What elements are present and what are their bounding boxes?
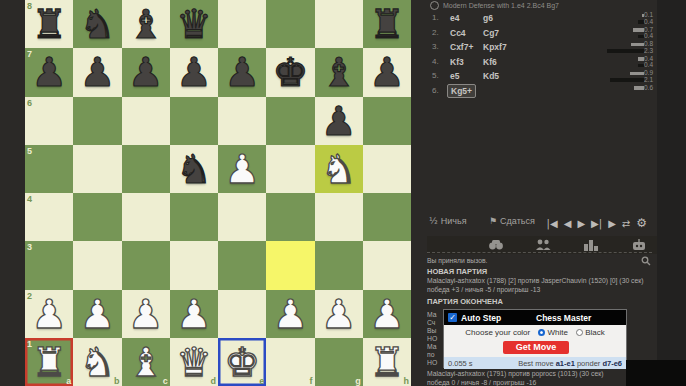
square-h1[interactable]: h♜ xyxy=(363,338,411,386)
square-g6[interactable]: ♟ xyxy=(315,97,363,145)
square-h7[interactable]: ♟ xyxy=(363,48,411,96)
challenge-accepted-text: Вы приняли вызов. xyxy=(427,257,487,264)
square-d8[interactable]: ♛ xyxy=(170,0,218,48)
rank-label-7: 7 xyxy=(27,49,32,59)
rank-label-1: 1 xyxy=(27,339,32,349)
white-time-bar: 0.4 xyxy=(527,56,657,62)
square-a7[interactable]: 7♟ xyxy=(25,48,73,96)
white-time-bar: 0.9 xyxy=(527,70,657,76)
square-a3[interactable]: 3 xyxy=(25,241,73,289)
move-row: 1. e4 g6 0.1 0.4 xyxy=(427,11,657,26)
move-number: 4. xyxy=(432,57,439,66)
piece-black-pawn: ♟ xyxy=(122,48,170,96)
square-a6[interactable]: 6 xyxy=(25,97,73,145)
piece-black-pawn: ♟ xyxy=(170,48,218,96)
file-label-h: h xyxy=(404,376,410,386)
square-c3[interactable] xyxy=(122,241,170,289)
move-row: 5. e5 Kd5 0.9 2.1 xyxy=(427,69,657,84)
square-c4[interactable] xyxy=(122,193,170,241)
move-black[interactable]: Kf6 xyxy=(483,57,497,67)
square-a5[interactable]: 5 xyxy=(25,145,73,193)
square-h6[interactable] xyxy=(363,97,411,145)
new-game-header: НОВАЯ ПАРТИЯ xyxy=(427,267,487,276)
move-row: 6. Kg5+ 0.6 xyxy=(427,84,657,99)
rank-label-5: 5 xyxy=(27,146,32,156)
square-g5[interactable]: ♞ xyxy=(315,145,363,193)
piece-black-pawn: ♟ xyxy=(315,97,363,145)
piece-white-pawn: ♟ xyxy=(122,290,170,338)
piece-black-bishop: ♝ xyxy=(122,0,170,48)
square-g2[interactable]: ♟ xyxy=(315,290,363,338)
flip-board-button[interactable]: ⇄ xyxy=(622,218,630,229)
players-icon[interactable] xyxy=(535,238,551,251)
popup-body: Choose your color White Black Get Move xyxy=(444,325,626,357)
black-time-bar xyxy=(527,91,657,97)
square-e8[interactable] xyxy=(218,0,266,48)
square-e3[interactable] xyxy=(218,241,266,289)
file-label-d: d xyxy=(211,376,217,386)
square-d2[interactable]: ♟ xyxy=(170,290,218,338)
best-move-value: a1-e1 xyxy=(556,359,575,368)
popup-title: Chess Master xyxy=(536,313,591,323)
settings-gear-icon[interactable]: ⚙ xyxy=(636,216,647,230)
square-h8[interactable]: ♜ xyxy=(363,0,411,48)
square-d5[interactable]: ♞ xyxy=(170,145,218,193)
text-fragment: Ма xyxy=(427,343,443,350)
move-number: 3. xyxy=(432,42,439,51)
square-f5[interactable] xyxy=(266,145,314,193)
piece-black-pawn: ♟ xyxy=(218,48,266,96)
opening-book-icon xyxy=(430,1,439,10)
square-f8[interactable] xyxy=(266,0,314,48)
text-fragment: по xyxy=(427,351,443,358)
square-h2[interactable]: ♟ xyxy=(363,290,411,338)
move-row: 4. Kf3 Kf6 0.4 0.4 xyxy=(427,55,657,70)
square-e1[interactable]: e♚ xyxy=(218,338,266,386)
square-e2[interactable] xyxy=(218,290,266,338)
square-d1[interactable]: d♛ xyxy=(170,338,218,386)
black-time-bar: 2.3 xyxy=(527,48,657,54)
square-a4[interactable]: 4 xyxy=(25,193,73,241)
offer-draw-button[interactable]: ½ Ничья xyxy=(429,216,467,226)
square-b8[interactable]: ♞ xyxy=(73,0,121,48)
move-number: 1. xyxy=(432,13,439,22)
spectators-binoculars-icon[interactable] xyxy=(488,238,504,251)
square-f4[interactable] xyxy=(266,193,314,241)
square-g3[interactable] xyxy=(315,241,363,289)
square-c5[interactable] xyxy=(122,145,170,193)
text-fragment: Вы xyxy=(427,327,443,334)
square-e7[interactable]: ♟ xyxy=(218,48,266,96)
square-f6[interactable] xyxy=(266,97,314,145)
game-controls-row: ½ Ничья ⚑ Сдаться |◀ ◀ ▶ ▶| ▶ ⇄ ⚙ xyxy=(427,216,657,232)
file-label-f: f xyxy=(310,376,313,386)
piece-white-pawn: ♟ xyxy=(266,290,314,338)
piece-black-pawn: ♟ xyxy=(25,48,73,96)
move-black[interactable]: g6 xyxy=(483,13,493,23)
engine-robot-icon[interactable] xyxy=(631,238,647,251)
file-label-g: g xyxy=(355,376,361,386)
white-radio[interactable] xyxy=(538,329,545,336)
chess-master-popup: ✓ Auto Step Chess Master Choose your col… xyxy=(443,309,627,368)
piece-white-pawn: ♟ xyxy=(73,290,121,338)
popup-header: ✓ Auto Step Chess Master xyxy=(444,310,626,325)
file-label-e: e xyxy=(259,376,264,386)
piece-white-pawn: ♟ xyxy=(363,290,411,338)
autoplay-button[interactable]: ▶ xyxy=(608,218,616,229)
new-game-players: Malaclayi-ashxatox (1788) [2] против Jas… xyxy=(427,277,644,284)
get-move-button[interactable]: Get Move xyxy=(503,341,569,354)
move-row: 3. Cxf7+ Kpxf7 0.8 2.3 xyxy=(427,40,657,55)
square-g7[interactable]: ♝ xyxy=(315,48,363,96)
piece-white-pawn: ♟ xyxy=(25,290,73,338)
square-f3[interactable] xyxy=(266,241,314,289)
move-black[interactable]: Cg7 xyxy=(483,28,499,38)
white-time-bar: 0.6 xyxy=(527,85,657,91)
color-chooser: Choose your color White Black xyxy=(444,328,626,337)
last-move-button[interactable]: ▶| xyxy=(591,218,602,229)
flag-icon: ⚑ xyxy=(489,216,497,226)
square-b1[interactable]: b♞ xyxy=(73,338,121,386)
white-time-bar: 0.8 xyxy=(527,41,657,47)
square-e5[interactable]: ♟ xyxy=(218,145,266,193)
rank-label-2: 2 xyxy=(27,291,32,301)
piece-black-pawn: ♟ xyxy=(363,48,411,96)
piece-white-pawn: ♟ xyxy=(218,145,266,193)
square-e6[interactable] xyxy=(218,97,266,145)
square-b4[interactable] xyxy=(73,193,121,241)
square-e4[interactable] xyxy=(218,193,266,241)
piece-black-pawn: ♟ xyxy=(73,48,121,96)
search-icon[interactable] xyxy=(641,256,651,266)
square-b3[interactable] xyxy=(73,241,121,289)
move-number: 6. xyxy=(432,86,439,95)
rank-label-4: 4 xyxy=(27,194,32,204)
ponder-move-value: d7-e6 xyxy=(602,359,622,368)
square-d6[interactable] xyxy=(170,97,218,145)
move-white[interactable]: Cc4 xyxy=(450,28,466,38)
square-f7[interactable]: ♚ xyxy=(266,48,314,96)
piece-black-knight: ♞ xyxy=(73,0,121,48)
rank-label-3: 3 xyxy=(27,242,32,252)
square-d4[interactable] xyxy=(170,193,218,241)
square-a1[interactable]: 1a♜ xyxy=(25,338,73,386)
square-f1[interactable]: f xyxy=(266,338,314,386)
divider xyxy=(427,252,652,253)
opening-name: Modern Defense with 1.e4 2.Bc4 Bg7 xyxy=(443,2,559,9)
file-label-c: c xyxy=(163,376,168,386)
piece-black-bishop: ♝ xyxy=(315,48,363,96)
piece-black-queen: ♛ xyxy=(170,0,218,48)
best-move-text: Best move a1-e1 ponder d7-e6 xyxy=(518,359,622,368)
square-d3[interactable] xyxy=(170,241,218,289)
text-fragment: Сч xyxy=(427,319,443,326)
text-fragment: Ма xyxy=(427,311,443,318)
black-radio[interactable] xyxy=(576,329,583,336)
auto-step-label: Auto Step xyxy=(461,313,501,323)
black-time-bar: 2.1 xyxy=(527,77,657,83)
move-number: 5. xyxy=(432,71,439,80)
chess-app-window: 8♜♞♝♛♜7♟♟♟♟♟♚♝♟6♟5♞♟♞432♟♟♟♟♟♟♟1a♜b♞c♝d♛… xyxy=(0,0,686,386)
move-black[interactable]: Kpxf7 xyxy=(483,42,507,52)
move-white[interactable]: Kf3 xyxy=(450,57,464,67)
resign-button[interactable]: ⚑ Сдаться xyxy=(489,216,535,226)
black-time-bar: 0.4 xyxy=(527,62,657,68)
side-panel: Modern Defense with 1.e4 2.Bc4 Bg7 1. e4… xyxy=(427,0,657,386)
first-move-button[interactable]: |◀ xyxy=(547,218,558,229)
piece-black-king: ♚ xyxy=(266,48,314,96)
move-white-selected[interactable]: Kg5+ xyxy=(447,84,476,98)
move-white[interactable]: Cxf7+ xyxy=(450,42,473,52)
text-fragment: НО xyxy=(427,359,443,366)
piece-black-rook: ♜ xyxy=(363,0,411,48)
popup-footer: 0.055 s Best move a1-e1 ponder d7-e6 xyxy=(444,357,626,369)
file-label-a: a xyxy=(66,376,71,386)
white-time-bar: 0.7 xyxy=(527,27,657,33)
square-c7[interactable]: ♟ xyxy=(122,48,170,96)
move-number: 2. xyxy=(432,28,439,37)
dark-corner-patch xyxy=(626,360,686,386)
rank-label-8: 8 xyxy=(27,1,32,11)
square-a8[interactable]: 8♜ xyxy=(25,0,73,48)
piece-white-pawn: ♟ xyxy=(170,290,218,338)
text-fragment: НО xyxy=(427,335,443,342)
black-radio-label[interactable]: Black xyxy=(585,328,605,337)
piece-black-knight: ♞ xyxy=(170,145,218,193)
square-f2[interactable]: ♟ xyxy=(266,290,314,338)
square-g4[interactable] xyxy=(315,193,363,241)
piece-white-pawn: ♟ xyxy=(315,290,363,338)
move-navigation: |◀ ◀ ▶ ▶| ▶ ⇄ ⚙ xyxy=(547,216,647,230)
square-h3[interactable] xyxy=(363,241,411,289)
choose-color-label: Choose your color xyxy=(465,328,530,337)
half-point-icon: ½ xyxy=(429,216,438,226)
square-h4[interactable] xyxy=(363,193,411,241)
square-a2[interactable]: 2♟ xyxy=(25,290,73,338)
square-c2[interactable]: ♟ xyxy=(122,290,170,338)
move-black[interactable]: Kd5 xyxy=(483,71,499,81)
square-g8[interactable] xyxy=(315,0,363,48)
piece-black-rook: ♜ xyxy=(25,0,73,48)
square-d7[interactable]: ♟ xyxy=(170,48,218,96)
black-time-bar: 0.4 xyxy=(527,33,657,39)
square-c1[interactable]: c♝ xyxy=(122,338,170,386)
square-b6[interactable] xyxy=(73,97,121,145)
next-game-points: победа 0 / ничья -8 / проигрыш -16 xyxy=(427,379,536,386)
file-label-b: b xyxy=(114,376,120,386)
square-h5[interactable] xyxy=(363,145,411,193)
black-time-bar: 0.4 xyxy=(527,19,657,25)
move-row: 2. Cc4 Cg7 0.7 0.4 xyxy=(427,26,657,41)
game-over-header: ПАРТИЯ ОКОНЧЕНА xyxy=(427,297,503,306)
move-white[interactable]: e4 xyxy=(450,13,459,23)
auto-step-checkbox[interactable]: ✓ xyxy=(448,313,457,322)
square-b7[interactable]: ♟ xyxy=(73,48,121,96)
stats-podium-icon[interactable] xyxy=(583,238,599,251)
next-game-players: Malaclayi-ashxatox (1791) против poprocs… xyxy=(427,370,603,377)
next-move-button[interactable]: ▶ xyxy=(577,218,585,229)
square-g1[interactable]: g xyxy=(315,338,363,386)
square-b2[interactable]: ♟ xyxy=(73,290,121,338)
piece-white-knight: ♞ xyxy=(315,145,363,193)
square-b5[interactable] xyxy=(73,145,121,193)
square-c6[interactable] xyxy=(122,97,170,145)
rank-label-6: 6 xyxy=(27,98,32,108)
white-time-bar: 0.1 xyxy=(527,12,657,18)
white-radio-label[interactable]: White xyxy=(547,328,567,337)
engine-time: 0.055 s xyxy=(448,359,473,368)
square-c8[interactable]: ♝ xyxy=(122,0,170,48)
chess-board: 8♜♞♝♛♜7♟♟♟♟♟♚♝♟6♟5♞♟♞432♟♟♟♟♟♟♟1a♜b♞c♝d♛… xyxy=(25,0,411,386)
prev-move-button[interactable]: ◀ xyxy=(564,218,572,229)
opening-row: Modern Defense with 1.e4 2.Bc4 Bg7 xyxy=(430,1,559,10)
move-white[interactable]: e5 xyxy=(450,71,459,81)
new-game-points: победа +3 / ничья -5 / проигрыш -13 xyxy=(427,286,540,293)
right-margin xyxy=(657,0,686,386)
